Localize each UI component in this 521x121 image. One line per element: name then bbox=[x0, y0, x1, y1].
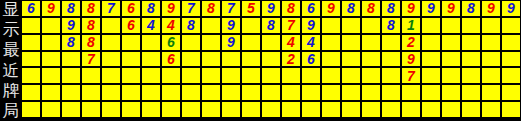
grid-cell-r6c7 bbox=[142, 85, 160, 100]
grid-cell-r1c7: 8 bbox=[142, 1, 160, 16]
result-digit: 6 bbox=[127, 1, 135, 15]
grid-cell-r5c1 bbox=[22, 68, 40, 83]
result-digit: 8 bbox=[187, 18, 195, 32]
grid-cell-r1c15: 6 bbox=[302, 1, 320, 16]
result-digit: 7 bbox=[227, 1, 235, 15]
grid-cell-r4c3 bbox=[62, 52, 80, 67]
recent-games-board: 显示最近牌局 698876897875986988899989998644898… bbox=[0, 0, 521, 121]
grid-cell-r4c9 bbox=[182, 52, 200, 67]
grid-cell-r7c17 bbox=[342, 102, 360, 117]
result-digit: 9 bbox=[267, 1, 275, 15]
result-digit: 2 bbox=[407, 35, 415, 49]
grid-cell-r2c11: 9 bbox=[222, 18, 240, 33]
result-digit: 6 bbox=[307, 1, 315, 15]
grid-cell-r3c17 bbox=[342, 35, 360, 50]
grid-cell-r1c9: 7 bbox=[182, 1, 200, 16]
grid-cell-r3c24 bbox=[482, 35, 500, 50]
grid-cell-r3c10 bbox=[202, 35, 220, 50]
grid-cell-r2c10 bbox=[202, 18, 220, 33]
result-digit: 9 bbox=[227, 18, 235, 32]
result-digit: 8 bbox=[207, 1, 215, 15]
grid-cell-r5c25 bbox=[502, 68, 520, 83]
grid-cell-r3c16 bbox=[322, 35, 340, 50]
grid-cell-r2c18 bbox=[362, 18, 380, 33]
grid-cell-r5c4 bbox=[82, 68, 100, 83]
result-digit: 8 bbox=[87, 18, 95, 32]
grid-cell-r2c7: 4 bbox=[142, 18, 160, 33]
board-title-char: 示 bbox=[2, 22, 19, 38]
grid-cell-r1c12: 5 bbox=[242, 1, 260, 16]
result-digit: 8 bbox=[387, 18, 395, 32]
grid-cell-r1c20: 9 bbox=[402, 1, 420, 16]
grid-cell-r7c8 bbox=[162, 102, 180, 117]
grid-cell-r2c15: 9 bbox=[302, 18, 320, 33]
grid-cell-r2c17 bbox=[342, 18, 360, 33]
grid-cell-r2c14: 7 bbox=[282, 18, 300, 33]
grid-cell-r4c4: 7 bbox=[82, 52, 100, 67]
grid-cell-r4c2 bbox=[42, 52, 60, 67]
grid-cell-r1c3: 8 bbox=[62, 1, 80, 16]
grid-cell-r6c17 bbox=[342, 85, 360, 100]
grid-cell-r6c4 bbox=[82, 85, 100, 100]
grid-cell-r4c21 bbox=[422, 52, 440, 67]
grid-cell-r2c13: 8 bbox=[262, 18, 280, 33]
grid-cell-r5c11 bbox=[222, 68, 240, 83]
result-digit: 8 bbox=[87, 1, 95, 15]
grid-cell-r5c6 bbox=[122, 68, 140, 83]
grid-cell-r6c21 bbox=[422, 85, 440, 100]
grid-cell-r7c4 bbox=[82, 102, 100, 117]
grid-cell-r1c23: 8 bbox=[462, 1, 480, 16]
result-digit: 6 bbox=[127, 18, 135, 32]
result-digit: 7 bbox=[87, 51, 95, 65]
grid-cell-r6c12 bbox=[242, 85, 260, 100]
grid-cell-r5c5 bbox=[102, 68, 120, 83]
board-title-char: 最 bbox=[2, 42, 19, 58]
grid-cell-r6c2 bbox=[42, 85, 60, 100]
grid-cell-r7c24 bbox=[482, 102, 500, 117]
grid-cell-r6c14 bbox=[282, 85, 300, 100]
result-digit: 4 bbox=[147, 18, 155, 32]
grid-cell-r4c19 bbox=[382, 52, 400, 67]
result-digit: 8 bbox=[67, 1, 75, 15]
grid-cell-r2c3: 9 bbox=[62, 18, 80, 33]
grid-cell-r7c16 bbox=[322, 102, 340, 117]
grid-cell-r2c23 bbox=[462, 18, 480, 33]
grid-cell-r4c25 bbox=[502, 52, 520, 67]
grid-cell-r4c13 bbox=[262, 52, 280, 67]
result-digit: 8 bbox=[367, 1, 375, 15]
grid-cell-r2c5 bbox=[102, 18, 120, 33]
grid-cell-r7c19 bbox=[382, 102, 400, 117]
grid-cell-r3c25 bbox=[502, 35, 520, 50]
grid-cell-r1c16: 9 bbox=[322, 1, 340, 16]
grid-cell-r4c17 bbox=[342, 52, 360, 67]
grid-cell-r6c5 bbox=[102, 85, 120, 100]
grid-cell-r4c10 bbox=[202, 52, 220, 67]
result-digit: 8 bbox=[267, 18, 275, 32]
grid-cell-r2c21 bbox=[422, 18, 440, 33]
grid-cell-r6c19 bbox=[382, 85, 400, 100]
grid-cell-r5c17 bbox=[342, 68, 360, 83]
grid-cell-r4c22 bbox=[442, 52, 460, 67]
grid-cell-r7c18 bbox=[362, 102, 380, 117]
grid-cell-r1c10: 8 bbox=[202, 1, 220, 16]
result-digit: 5 bbox=[247, 1, 255, 15]
grid-cell-r6c25 bbox=[502, 85, 520, 100]
grid-cell-r6c8 bbox=[162, 85, 180, 100]
grid-cell-r2c4: 8 bbox=[82, 18, 100, 33]
grid-cell-r3c22 bbox=[442, 35, 460, 50]
grid-cell-r6c3 bbox=[62, 85, 80, 100]
grid-cell-r6c16 bbox=[322, 85, 340, 100]
grid-cell-r5c7 bbox=[142, 68, 160, 83]
grid-cell-r4c5 bbox=[102, 52, 120, 67]
grid-cell-r3c1 bbox=[22, 35, 40, 50]
grid-cell-r3c13 bbox=[262, 35, 280, 50]
grid-cell-r5c13 bbox=[262, 68, 280, 83]
grid-cell-r7c3 bbox=[62, 102, 80, 117]
grid-cell-r6c18 bbox=[362, 85, 380, 100]
result-digit: 7 bbox=[187, 1, 195, 15]
board-title-char: 近 bbox=[2, 63, 19, 79]
grid-cell-r1c17: 8 bbox=[342, 1, 360, 16]
grid-cell-r6c6 bbox=[122, 85, 140, 100]
grid-cell-r4c12 bbox=[242, 52, 260, 67]
grid-cell-r5c15 bbox=[302, 68, 320, 83]
grid-cell-r2c6: 6 bbox=[122, 18, 140, 33]
grid-cell-r5c9 bbox=[182, 68, 200, 83]
grid-cell-r3c20: 2 bbox=[402, 35, 420, 50]
result-digit: 9 bbox=[507, 1, 515, 15]
result-digit: 9 bbox=[447, 1, 455, 15]
result-digit: 4 bbox=[307, 35, 315, 49]
grid-cell-r7c21 bbox=[422, 102, 440, 117]
grid-cell-r1c19: 8 bbox=[382, 1, 400, 16]
grid-cell-r4c11 bbox=[222, 52, 240, 67]
grid-cell-r5c2 bbox=[42, 68, 60, 83]
grid-cell-r4c20: 9 bbox=[402, 52, 420, 67]
grid-cell-r5c3 bbox=[62, 68, 80, 83]
grid-cell-r6c20 bbox=[402, 85, 420, 100]
grid-cell-r6c22 bbox=[442, 85, 460, 100]
grid-cell-r5c14 bbox=[282, 68, 300, 83]
grid-cell-r7c11 bbox=[222, 102, 240, 117]
grid-cell-r6c24 bbox=[482, 85, 500, 100]
results-grid: 6988768978759869888999899986448987981886… bbox=[21, 0, 521, 121]
grid-cell-r2c9: 8 bbox=[182, 18, 200, 33]
result-digit: 6 bbox=[167, 51, 175, 65]
grid-cell-r1c11: 7 bbox=[222, 1, 240, 16]
grid-cell-r1c25: 9 bbox=[502, 1, 520, 16]
grid-cell-r2c19: 8 bbox=[382, 18, 400, 33]
grid-cell-r7c23 bbox=[462, 102, 480, 117]
result-digit: 9 bbox=[327, 1, 335, 15]
result-digit: 7 bbox=[407, 68, 415, 82]
result-digit: 9 bbox=[307, 18, 315, 32]
grid-cell-r3c15: 4 bbox=[302, 35, 320, 50]
result-digit: 2 bbox=[287, 51, 295, 65]
grid-cell-r5c18 bbox=[362, 68, 380, 83]
grid-cell-r3c14: 4 bbox=[282, 35, 300, 50]
grid-cell-r2c20: 1 bbox=[402, 18, 420, 33]
result-digit: 9 bbox=[227, 35, 235, 49]
grid-cell-r3c7 bbox=[142, 35, 160, 50]
grid-cell-r4c14: 2 bbox=[282, 52, 300, 67]
grid-cell-r7c9 bbox=[182, 102, 200, 117]
grid-cell-r4c16 bbox=[322, 52, 340, 67]
grid-cell-r1c18: 8 bbox=[362, 1, 380, 16]
result-digit: 9 bbox=[487, 1, 495, 15]
grid-cell-r5c16 bbox=[322, 68, 340, 83]
board-title-char: 牌 bbox=[2, 83, 19, 99]
result-digit: 9 bbox=[407, 51, 415, 65]
grid-cell-r3c23 bbox=[462, 35, 480, 50]
result-digit: 9 bbox=[167, 1, 175, 15]
result-digit: 6 bbox=[167, 35, 175, 49]
result-digit: 8 bbox=[467, 1, 475, 15]
grid-cell-r4c1 bbox=[22, 52, 40, 67]
grid-cell-r3c8: 6 bbox=[162, 35, 180, 50]
grid-cell-r7c20 bbox=[402, 102, 420, 117]
result-digit: 7 bbox=[287, 18, 295, 32]
grid-cell-r7c1 bbox=[22, 102, 40, 117]
grid-cell-r7c14 bbox=[282, 102, 300, 117]
grid-cell-r6c1 bbox=[22, 85, 40, 100]
grid-cell-r3c9 bbox=[182, 35, 200, 50]
grid-cell-r4c24 bbox=[482, 52, 500, 67]
grid-cell-r4c6 bbox=[122, 52, 140, 67]
grid-cell-r1c21: 9 bbox=[422, 1, 440, 16]
result-digit: 9 bbox=[407, 1, 415, 15]
grid-cell-r7c22 bbox=[442, 102, 460, 117]
result-digit: 6 bbox=[27, 1, 35, 15]
result-digit: 9 bbox=[427, 1, 435, 15]
grid-cell-r4c8: 6 bbox=[162, 52, 180, 67]
grid-cell-r5c19 bbox=[382, 68, 400, 83]
result-digit: 7 bbox=[107, 1, 115, 15]
result-digit: 8 bbox=[67, 35, 75, 49]
grid-cell-r3c21 bbox=[422, 35, 440, 50]
grid-cell-r6c13 bbox=[262, 85, 280, 100]
grid-cell-r1c13: 9 bbox=[262, 1, 280, 16]
result-digit: 8 bbox=[287, 1, 295, 15]
grid-cell-r7c6 bbox=[122, 102, 140, 117]
grid-cell-r2c8: 4 bbox=[162, 18, 180, 33]
grid-cell-r5c23 bbox=[462, 68, 480, 83]
grid-cell-r1c22: 9 bbox=[442, 1, 460, 16]
board-title-char: 显 bbox=[2, 2, 19, 18]
grid-cell-r5c21 bbox=[422, 68, 440, 83]
grid-cell-r1c24: 9 bbox=[482, 1, 500, 16]
result-digit: 1 bbox=[407, 18, 415, 32]
grid-cell-r3c4: 8 bbox=[82, 35, 100, 50]
grid-cell-r5c10 bbox=[202, 68, 220, 83]
grid-cell-r2c2 bbox=[42, 18, 60, 33]
grid-cell-r3c6 bbox=[122, 35, 140, 50]
grid-cell-r2c1 bbox=[22, 18, 40, 33]
grid-cell-r6c10 bbox=[202, 85, 220, 100]
grid-cell-r3c11: 9 bbox=[222, 35, 240, 50]
grid-cell-r2c22 bbox=[442, 18, 460, 33]
grid-cell-r7c15 bbox=[302, 102, 320, 117]
grid-cell-r5c8 bbox=[162, 68, 180, 83]
result-digit: 4 bbox=[167, 18, 175, 32]
grid-cell-r5c24 bbox=[482, 68, 500, 83]
grid-cell-r4c23 bbox=[462, 52, 480, 67]
grid-cell-r2c12 bbox=[242, 18, 260, 33]
grid-cell-r7c7 bbox=[142, 102, 160, 117]
grid-cell-r3c2 bbox=[42, 35, 60, 50]
grid-cell-r2c16 bbox=[322, 18, 340, 33]
grid-cell-r7c12 bbox=[242, 102, 260, 117]
grid-cell-r7c25 bbox=[502, 102, 520, 117]
grid-cell-r3c18 bbox=[362, 35, 380, 50]
grid-cell-r1c6: 6 bbox=[122, 1, 140, 16]
grid-cell-r6c15 bbox=[302, 85, 320, 100]
grid-cell-r5c20: 7 bbox=[402, 68, 420, 83]
grid-cell-r2c24 bbox=[482, 18, 500, 33]
board-title-char: 局 bbox=[2, 103, 19, 119]
grid-cell-r1c2: 9 bbox=[42, 1, 60, 16]
grid-cell-r3c5 bbox=[102, 35, 120, 50]
grid-cell-r6c23 bbox=[462, 85, 480, 100]
result-digit: 9 bbox=[47, 1, 55, 15]
grid-cell-r7c13 bbox=[262, 102, 280, 117]
grid-cell-r1c1: 6 bbox=[22, 1, 40, 16]
grid-cell-r3c12 bbox=[242, 35, 260, 50]
result-digit: 6 bbox=[307, 51, 315, 65]
grid-cell-r4c7 bbox=[142, 52, 160, 67]
grid-cell-r3c3: 8 bbox=[62, 35, 80, 50]
grid-cell-r7c10 bbox=[202, 102, 220, 117]
grid-cell-r1c14: 8 bbox=[282, 1, 300, 16]
grid-cell-r1c4: 8 bbox=[82, 1, 100, 16]
grid-cell-r7c2 bbox=[42, 102, 60, 117]
result-digit: 8 bbox=[87, 35, 95, 49]
result-digit: 8 bbox=[387, 1, 395, 15]
result-digit: 9 bbox=[67, 18, 75, 32]
grid-cell-r4c15: 6 bbox=[302, 52, 320, 67]
grid-cell-r6c11 bbox=[222, 85, 240, 100]
grid-cell-r1c8: 9 bbox=[162, 1, 180, 16]
grid-cell-r1c5: 7 bbox=[102, 1, 120, 16]
grid-cell-r5c22 bbox=[442, 68, 460, 83]
result-digit: 8 bbox=[347, 1, 355, 15]
result-digit: 8 bbox=[147, 1, 155, 15]
board-title: 显示最近牌局 bbox=[0, 0, 21, 121]
grid-cell-r5c12 bbox=[242, 68, 260, 83]
grid-cell-r2c25 bbox=[502, 18, 520, 33]
grid-cell-r6c9 bbox=[182, 85, 200, 100]
grid-cell-r4c18 bbox=[362, 52, 380, 67]
grid-cell-r7c5 bbox=[102, 102, 120, 117]
result-digit: 4 bbox=[287, 35, 295, 49]
grid-cell-r3c19 bbox=[382, 35, 400, 50]
